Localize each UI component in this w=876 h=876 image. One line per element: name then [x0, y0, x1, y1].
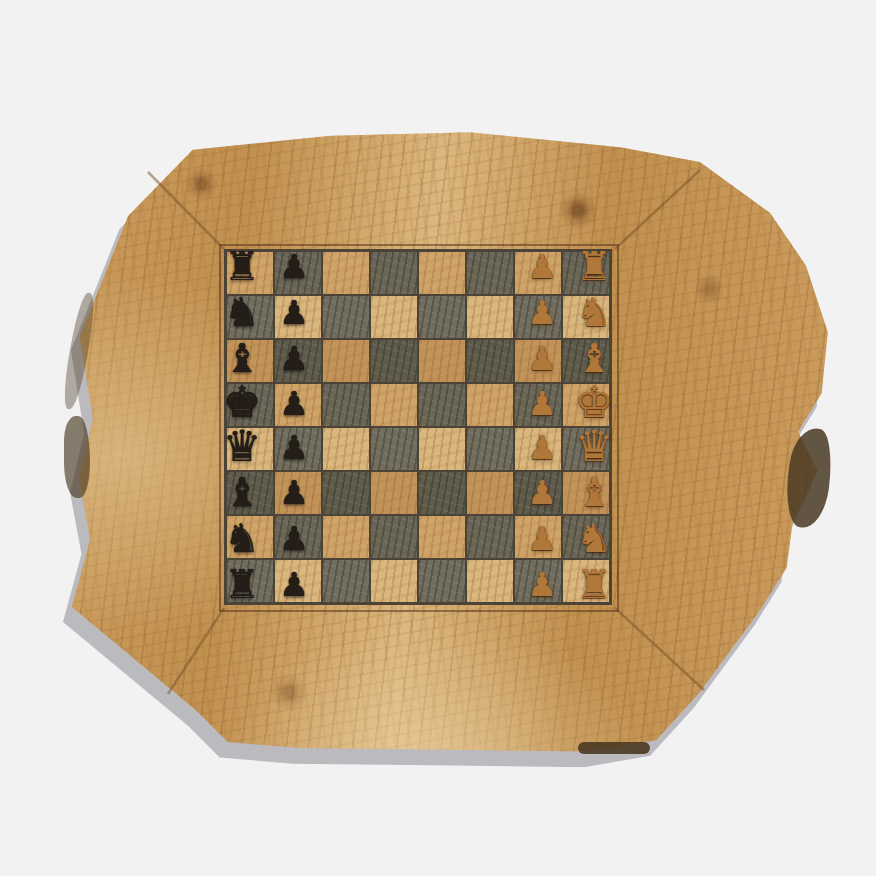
- piece-black-pawn[interactable]: ♟: [279, 568, 309, 601]
- board-square[interactable]: ♛: [563, 428, 609, 470]
- piece-black-king[interactable]: ♚: [223, 381, 262, 424]
- board-square[interactable]: ♝: [227, 472, 273, 514]
- board-square[interactable]: ♛: [227, 428, 273, 470]
- piece-white-bishop[interactable]: ♝: [576, 472, 612, 512]
- page-background: ♜♟♟♜♞♟♟♞♝♟♟♝♚♟♟♚♛♟♟♛♝♟♟♝♞♟♟♞♜♟♟♜: [0, 0, 876, 876]
- board-square[interactable]: ♟: [275, 384, 321, 426]
- board-square[interactable]: [467, 252, 513, 294]
- board-square[interactable]: [419, 516, 465, 558]
- piece-black-pawn[interactable]: ♟: [279, 342, 309, 375]
- piece-white-rook[interactable]: ♜: [576, 564, 612, 604]
- board-square[interactable]: [371, 516, 417, 558]
- piece-white-king[interactable]: ♚: [575, 381, 614, 424]
- bark-edge-left: [64, 416, 90, 498]
- piece-white-knight[interactable]: ♞: [576, 518, 612, 558]
- board-square[interactable]: ♟: [275, 516, 321, 558]
- bark-edge-bottom: [578, 742, 650, 754]
- piece-white-pawn[interactable]: ♟: [527, 431, 557, 464]
- board-square[interactable]: [419, 384, 465, 426]
- board-square[interactable]: [467, 384, 513, 426]
- board-square[interactable]: ♟: [275, 472, 321, 514]
- board-square[interactable]: ♞: [227, 296, 273, 338]
- board-square[interactable]: [371, 252, 417, 294]
- board-square[interactable]: [371, 560, 417, 602]
- piece-white-pawn[interactable]: ♟: [527, 250, 557, 283]
- piece-white-pawn[interactable]: ♟: [527, 568, 557, 601]
- board-square[interactable]: ♟: [515, 296, 561, 338]
- board-square[interactable]: [323, 560, 369, 602]
- piece-black-knight[interactable]: ♞: [224, 518, 260, 558]
- board-square[interactable]: [371, 428, 417, 470]
- board-square[interactable]: [323, 472, 369, 514]
- piece-black-bishop[interactable]: ♝: [224, 472, 260, 512]
- board-square[interactable]: ♚: [563, 384, 609, 426]
- board-square[interactable]: ♟: [275, 296, 321, 338]
- board-square[interactable]: ♞: [563, 296, 609, 338]
- board-square[interactable]: [467, 472, 513, 514]
- board-square[interactable]: ♟: [275, 560, 321, 602]
- piece-black-queen[interactable]: ♛: [223, 425, 262, 468]
- board-square[interactable]: ♜: [227, 252, 273, 294]
- piece-white-pawn[interactable]: ♟: [527, 342, 557, 375]
- piece-black-pawn[interactable]: ♟: [279, 476, 309, 509]
- board-square[interactable]: [419, 252, 465, 294]
- board-square[interactable]: ♟: [515, 428, 561, 470]
- board-square[interactable]: ♟: [515, 340, 561, 382]
- board-square[interactable]: ♟: [515, 560, 561, 602]
- piece-white-queen[interactable]: ♛: [575, 425, 614, 468]
- board-square[interactable]: [419, 428, 465, 470]
- board-square[interactable]: [323, 340, 369, 382]
- board-square[interactable]: [371, 296, 417, 338]
- board-square[interactable]: ♟: [515, 384, 561, 426]
- board-square[interactable]: [323, 428, 369, 470]
- board-square[interactable]: [323, 384, 369, 426]
- board-square[interactable]: ♜: [563, 252, 609, 294]
- board-square[interactable]: ♟: [515, 516, 561, 558]
- piece-black-rook[interactable]: ♜: [224, 246, 260, 286]
- piece-black-rook[interactable]: ♜: [224, 564, 260, 604]
- piece-black-pawn[interactable]: ♟: [279, 250, 309, 283]
- board-square[interactable]: ♝: [227, 340, 273, 382]
- board-square[interactable]: [467, 428, 513, 470]
- board-square[interactable]: ♝: [563, 340, 609, 382]
- piece-white-pawn[interactable]: ♟: [527, 296, 557, 329]
- board-square[interactable]: [419, 340, 465, 382]
- board-square[interactable]: ♟: [515, 472, 561, 514]
- piece-black-pawn[interactable]: ♟: [279, 296, 309, 329]
- board-square[interactable]: [419, 472, 465, 514]
- piece-black-pawn[interactable]: ♟: [279, 522, 309, 555]
- board-square[interactable]: [419, 560, 465, 602]
- board-square[interactable]: [467, 560, 513, 602]
- piece-black-bishop[interactable]: ♝: [224, 338, 260, 378]
- piece-black-knight[interactable]: ♞: [224, 292, 260, 332]
- board-square[interactable]: ♟: [275, 428, 321, 470]
- board-square[interactable]: ♞: [563, 516, 609, 558]
- board-square[interactable]: ♞: [227, 516, 273, 558]
- board-square[interactable]: [371, 472, 417, 514]
- board-square[interactable]: ♜: [227, 560, 273, 602]
- board-square[interactable]: ♚: [227, 384, 273, 426]
- board-square[interactable]: [467, 340, 513, 382]
- piece-white-pawn[interactable]: ♟: [527, 387, 557, 420]
- board-square[interactable]: ♜: [563, 560, 609, 602]
- board-square[interactable]: ♟: [275, 252, 321, 294]
- board-square[interactable]: [323, 252, 369, 294]
- board-square[interactable]: [371, 384, 417, 426]
- piece-white-pawn[interactable]: ♟: [527, 522, 557, 555]
- board-square[interactable]: ♝: [563, 472, 609, 514]
- chess-board: ♜♟♟♜♞♟♟♞♝♟♟♝♚♟♟♚♛♟♟♛♝♟♟♝♞♟♟♞♜♟♟♜: [224, 249, 612, 605]
- board-square[interactable]: [323, 296, 369, 338]
- board-square[interactable]: [467, 516, 513, 558]
- board-square[interactable]: [371, 340, 417, 382]
- piece-white-bishop[interactable]: ♝: [576, 338, 612, 378]
- board-square[interactable]: [419, 296, 465, 338]
- piece-white-pawn[interactable]: ♟: [527, 476, 557, 509]
- piece-black-pawn[interactable]: ♟: [279, 431, 309, 464]
- board-square[interactable]: [323, 516, 369, 558]
- piece-white-knight[interactable]: ♞: [576, 292, 612, 332]
- piece-black-pawn[interactable]: ♟: [279, 387, 309, 420]
- piece-white-rook[interactable]: ♜: [576, 246, 612, 286]
- board-square[interactable]: ♟: [515, 252, 561, 294]
- board-square[interactable]: [467, 296, 513, 338]
- board-square[interactable]: ♟: [275, 340, 321, 382]
